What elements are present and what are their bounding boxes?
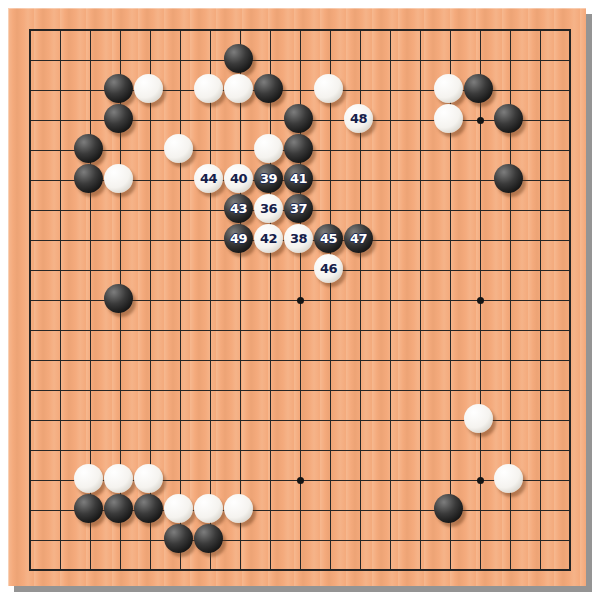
stone-white-move-44[interactable]: 44 [194,164,223,193]
stone-black[interactable] [284,134,313,163]
stone-black[interactable] [104,284,133,313]
stone-white[interactable] [74,464,103,493]
star-point [297,297,304,304]
stone-white[interactable] [104,164,133,193]
stone-white-move-48[interactable]: 48 [344,104,373,133]
stone-black-move-39[interactable]: 39 [254,164,283,193]
grid-hline [31,330,569,331]
grid-hline [31,360,569,361]
stone-black[interactable] [284,104,313,133]
stone-white[interactable] [464,404,493,433]
stone-black[interactable] [254,74,283,103]
stone-white-move-36[interactable]: 36 [254,194,283,223]
stone-white-move-46[interactable]: 46 [314,254,343,283]
stone-white-move-40[interactable]: 40 [224,164,253,193]
stone-white[interactable] [224,494,253,523]
grid-hline [31,390,569,391]
stone-black[interactable] [74,494,103,523]
stone-white[interactable] [314,74,343,103]
stone-white[interactable] [194,494,223,523]
stone-black[interactable] [464,74,493,103]
stone-black[interactable] [494,164,523,193]
grid-vline [390,31,391,569]
grid-hline [31,450,569,451]
stone-black[interactable] [224,44,253,73]
grid-vline [330,31,331,569]
stone-white[interactable] [254,134,283,163]
star-point [477,117,484,124]
stone-white[interactable] [494,464,523,493]
stone-white[interactable] [164,134,193,163]
stone-black[interactable] [104,494,133,523]
stone-black-move-47[interactable]: 47 [344,224,373,253]
grid-hline [31,540,569,541]
stone-white-move-42[interactable]: 42 [254,224,283,253]
stone-white[interactable] [434,104,463,133]
stone-black[interactable] [134,494,163,523]
stone-black-move-43[interactable]: 43 [224,194,253,223]
stone-black[interactable] [74,134,103,163]
stone-black-move-45[interactable]: 45 [314,224,343,253]
star-point [477,297,484,304]
stone-black[interactable] [494,104,523,133]
stone-black[interactable] [164,524,193,553]
stone-white[interactable] [194,74,223,103]
stone-black[interactable] [194,524,223,553]
go-board[interactable]: 4844403941433637494238454746 [8,8,586,586]
stone-black[interactable] [104,74,133,103]
stone-black[interactable] [74,164,103,193]
star-point [477,477,484,484]
stone-white[interactable] [134,464,163,493]
stone-white[interactable] [434,74,463,103]
stone-white[interactable] [104,464,133,493]
star-point [297,477,304,484]
stone-black[interactable] [104,104,133,133]
stone-white[interactable] [224,74,253,103]
stone-black-move-49[interactable]: 49 [224,224,253,253]
stone-black-move-37[interactable]: 37 [284,194,313,223]
grid-vline [540,31,541,569]
stone-black[interactable] [434,494,463,523]
stone-white[interactable] [134,74,163,103]
stone-white-move-38[interactable]: 38 [284,224,313,253]
stone-white[interactable] [164,494,193,523]
stone-black-move-41[interactable]: 41 [284,164,313,193]
grid-vline [420,31,421,569]
